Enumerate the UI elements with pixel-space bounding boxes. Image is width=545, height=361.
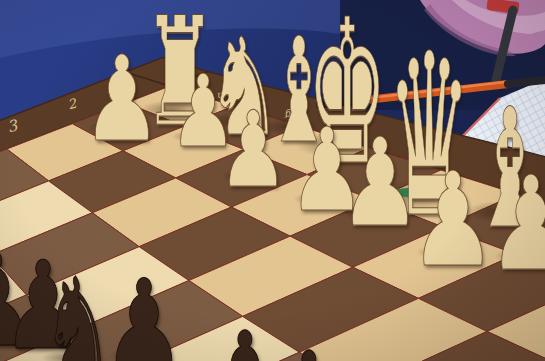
- piece-black-knight-g8[interactable]: ♞: [42, 261, 114, 361]
- piece-white-pawn-f2[interactable]: ♟: [218, 98, 289, 203]
- piece-black-pawn-f7[interactable]: ♟: [102, 263, 185, 361]
- piece-white-pawn-h2[interactable]: ♟: [82, 40, 161, 158]
- piece-white-pawn-b2[interactable]: ♟: [487, 159, 545, 289]
- piece-white-pawn-c2[interactable]: ♟: [409, 155, 496, 285]
- chess-photo-stage: 12345678hgfedcba ♜♞♝♟♟♚♟♛♟♝♟♟♟♟♟♟♞♟♟: [0, 0, 545, 361]
- piece-black-pawn-d7[interactable]: ♟: [269, 336, 348, 361]
